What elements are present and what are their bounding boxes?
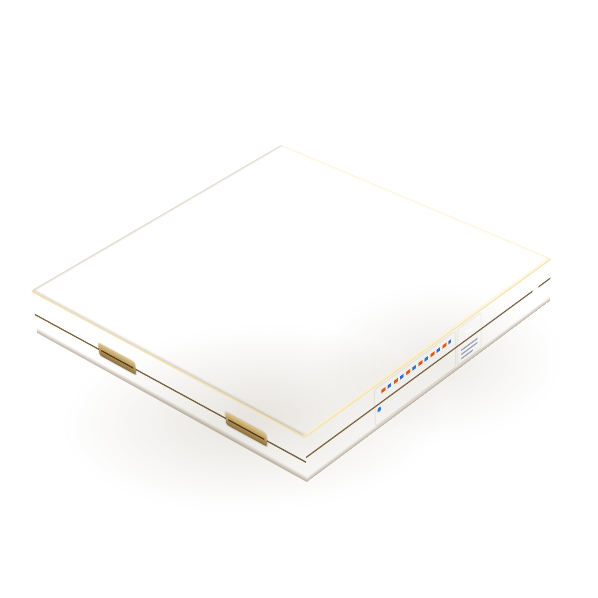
hinge-icon — [225, 412, 267, 447]
hinge-icon — [98, 343, 136, 376]
board-top-face — [31, 145, 550, 437]
label-dot-icon — [378, 411, 382, 419]
corner-label-strip — [532, 270, 539, 311]
product-photo-scene — [0, 0, 598, 598]
camera-view — [0, 0, 598, 598]
folding-chess-box — [31, 145, 550, 437]
